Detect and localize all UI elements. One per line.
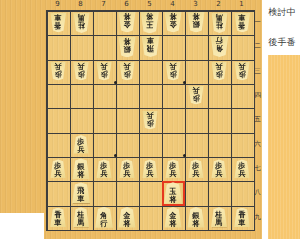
piece-kanji: 兵: [238, 62, 245, 70]
piece-kanji: 兵: [123, 62, 130, 70]
piece-kanji: 歩: [100, 70, 107, 78]
piece-kanji: 将: [77, 171, 84, 179]
piece-kanji: 馬: [215, 13, 222, 21]
piece-kanji: 兵: [100, 170, 107, 178]
piece-kanji: 行: [215, 36, 222, 44]
piece-kanji: 将: [123, 220, 130, 228]
file-label: 5: [138, 0, 161, 9]
piece-kanji: 飛: [146, 44, 153, 52]
file-label: 2: [207, 0, 230, 9]
rank-label: 二: [253, 42, 262, 51]
piece-kanji: 銀: [192, 20, 199, 28]
file-label: 1: [230, 0, 253, 9]
piece-kanji: 車: [238, 13, 245, 21]
file-label: 3: [184, 0, 207, 9]
status-turn-label: 後手番: [264, 34, 300, 50]
piece-kanji: 兵: [146, 111, 153, 119]
piece-kanji: 将: [169, 220, 176, 228]
piece-kanji: 兵: [192, 86, 199, 94]
piece-kanji: 歩: [77, 70, 84, 78]
rank-label: 三: [253, 67, 262, 76]
piece-kanji: 馬: [215, 219, 222, 227]
file-label: 6: [115, 0, 138, 9]
piece-kanji: 行: [100, 220, 107, 228]
piece-kanji: 歩: [192, 94, 199, 102]
piece-kanji: 馬: [77, 219, 84, 227]
piece-kanji: 兵: [215, 62, 222, 70]
piece-kanji: 将: [169, 12, 176, 20]
status-panel: 検討中 後手番: [264, 4, 300, 50]
piece-kanji: 兵: [192, 170, 199, 178]
piece-kanji: 馬: [77, 13, 84, 21]
piece-kanji: 車: [54, 13, 61, 21]
piece-kanji: 兵: [100, 62, 107, 70]
rank-label: 七: [253, 164, 262, 173]
piece-kanji: 兵: [77, 146, 84, 154]
piece-kanji: 兵: [215, 170, 222, 178]
piece-kanji: 金: [169, 20, 176, 28]
piece-kanji: 車: [238, 219, 245, 227]
piece-kanji: 将: [192, 12, 199, 20]
piece-kanji: 将: [192, 220, 199, 228]
rank-label: 四: [253, 91, 262, 100]
piece-kanji: 王: [146, 20, 153, 28]
piece-kanji: 兵: [169, 62, 176, 70]
piece-kanji: 金: [123, 20, 130, 28]
piece-kanji: 歩: [54, 70, 61, 78]
piece-kanji: 角: [215, 44, 222, 52]
piece-kanji: 兵: [77, 62, 84, 70]
piece-kanji: 歩: [215, 70, 222, 78]
piece-kanji: 兵: [169, 170, 176, 178]
file-label: 7: [92, 0, 115, 9]
piece-kanji: 歩: [169, 70, 176, 78]
rank-label: 一: [253, 18, 262, 27]
piece-kanji: 車: [77, 195, 84, 203]
piece-kanji: 香: [54, 21, 61, 29]
side-panel: [268, 55, 300, 239]
piece-kanji: 将: [123, 37, 130, 45]
status-analyzing-label: 検討中: [264, 4, 300, 20]
piece-kanji: 歩: [238, 70, 245, 78]
shogi-app-window: 検討中 後手番 987654321一二三四五六七八九香車桂馬金将王将金将銀将桂馬…: [0, 0, 300, 239]
piece-kanji: 車: [146, 36, 153, 44]
rank-label: 五: [253, 115, 262, 124]
file-label: 4: [161, 0, 184, 9]
rank-label: 八: [253, 188, 262, 197]
piece-kanji: 将: [146, 12, 153, 20]
piece-kanji: 歩: [123, 70, 130, 78]
window-background-patch: [0, 213, 44, 239]
piece-kanji: 兵: [123, 170, 130, 178]
piece-kanji: 将: [169, 196, 176, 204]
piece-kanji: 香: [238, 21, 245, 29]
piece-kanji: 将: [123, 12, 130, 20]
piece-kanji: 兵: [146, 170, 153, 178]
file-label: 9: [46, 0, 69, 9]
piece-kanji: 兵: [54, 62, 61, 70]
file-label: 8: [69, 0, 92, 9]
piece-kanji: 兵: [238, 170, 245, 178]
rank-label: 九: [253, 213, 262, 222]
rank-label: 六: [253, 140, 262, 149]
piece-kanji: 車: [54, 219, 61, 227]
piece-kanji: 兵: [54, 170, 61, 178]
